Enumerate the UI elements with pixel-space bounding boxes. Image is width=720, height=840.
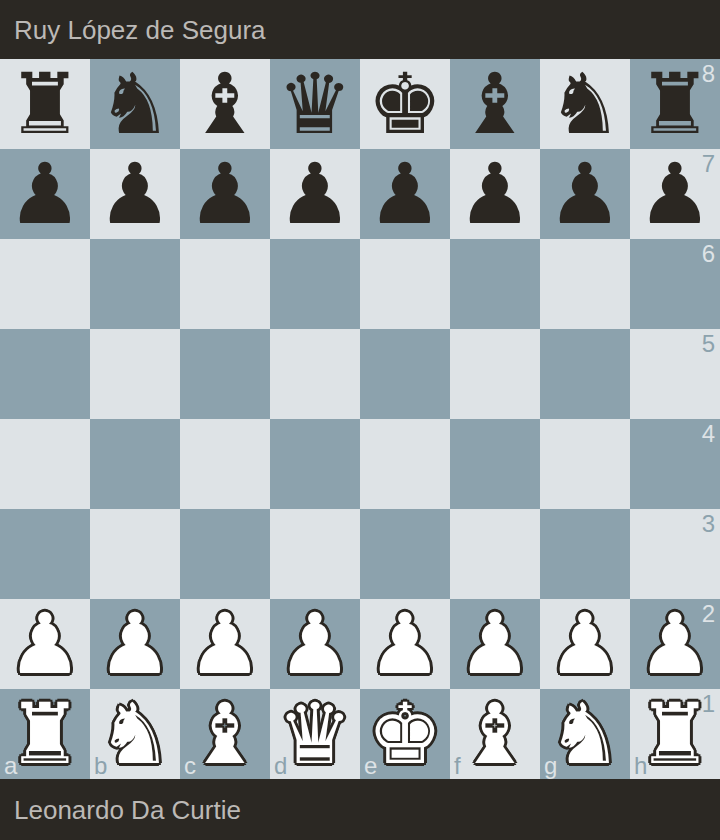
rank-coordinate-1: 1 <box>702 692 715 716</box>
file-coordinate-f: f <box>454 754 461 778</box>
square-g5[interactable] <box>540 329 630 419</box>
square-b2[interactable]: ♟ <box>90 599 180 689</box>
square-d6[interactable] <box>270 239 360 329</box>
square-c7[interactable]: ♟ <box>180 149 270 239</box>
square-e5[interactable] <box>360 329 450 419</box>
square-a4[interactable] <box>0 419 90 509</box>
square-b1[interactable]: ♞b <box>90 689 180 779</box>
square-e1[interactable]: ♚e <box>360 689 450 779</box>
square-f8[interactable]: ♝ <box>450 59 540 149</box>
square-h4[interactable]: 4 <box>630 419 720 509</box>
square-f7[interactable]: ♟ <box>450 149 540 239</box>
square-f4[interactable] <box>450 419 540 509</box>
piece-white-knight[interactable]: ♞ <box>547 689 622 779</box>
piece-white-pawn[interactable]: ♟ <box>457 599 532 689</box>
square-f1[interactable]: ♝f <box>450 689 540 779</box>
file-coordinate-b: b <box>94 754 107 778</box>
piece-white-pawn[interactable]: ♟ <box>187 599 262 689</box>
file-coordinate-d: d <box>274 754 287 778</box>
rank-coordinate-8: 8 <box>702 62 715 86</box>
square-d5[interactable] <box>270 329 360 419</box>
rank-coordinate-4: 4 <box>702 422 715 446</box>
square-e7[interactable]: ♟ <box>360 149 450 239</box>
square-h3[interactable]: 3 <box>630 509 720 599</box>
square-c3[interactable] <box>180 509 270 599</box>
piece-black-pawn[interactable]: ♟ <box>547 149 622 239</box>
square-g7[interactable]: ♟ <box>540 149 630 239</box>
square-d7[interactable]: ♟ <box>270 149 360 239</box>
piece-black-pawn[interactable]: ♟ <box>367 149 442 239</box>
square-d8[interactable]: ♛ <box>270 59 360 149</box>
piece-white-pawn[interactable]: ♟ <box>7 599 82 689</box>
file-coordinate-a: a <box>4 754 17 778</box>
piece-black-bishop[interactable]: ♝ <box>457 59 532 149</box>
square-f6[interactable] <box>450 239 540 329</box>
square-e4[interactable] <box>360 419 450 509</box>
square-f5[interactable] <box>450 329 540 419</box>
chess-app: Ruy López de Segura ♜♞♝♛♚♝♞♜8♟♟♟♟♟♟♟♟765… <box>0 0 720 840</box>
bottom-player-name: Leonardo Da Curtie <box>14 797 241 823</box>
piece-white-queen[interactable]: ♛ <box>277 689 352 779</box>
square-c2[interactable]: ♟ <box>180 599 270 689</box>
square-a7[interactable]: ♟ <box>0 149 90 239</box>
file-coordinate-g: g <box>544 754 557 778</box>
square-g1[interactable]: ♞g <box>540 689 630 779</box>
bottom-player-bar: Leonardo Da Curtie <box>0 779 720 840</box>
rank-coordinate-3: 3 <box>702 512 715 536</box>
piece-black-king[interactable]: ♚ <box>367 59 442 149</box>
piece-black-knight[interactable]: ♞ <box>547 59 622 149</box>
piece-white-pawn[interactable]: ♟ <box>547 599 622 689</box>
square-a8[interactable]: ♜ <box>0 59 90 149</box>
rank-coordinate-5: 5 <box>702 332 715 356</box>
piece-black-pawn[interactable]: ♟ <box>187 149 262 239</box>
piece-white-rook[interactable]: ♜ <box>7 689 82 779</box>
square-d2[interactable]: ♟ <box>270 599 360 689</box>
piece-white-bishop[interactable]: ♝ <box>187 689 262 779</box>
square-b7[interactable]: ♟ <box>90 149 180 239</box>
square-c8[interactable]: ♝ <box>180 59 270 149</box>
square-e3[interactable] <box>360 509 450 599</box>
square-g3[interactable] <box>540 509 630 599</box>
top-player-name: Ruy López de Segura <box>14 17 266 43</box>
square-d4[interactable] <box>270 419 360 509</box>
piece-black-knight[interactable]: ♞ <box>97 59 172 149</box>
square-b5[interactable] <box>90 329 180 419</box>
piece-black-pawn[interactable]: ♟ <box>7 149 82 239</box>
square-h6[interactable]: 6 <box>630 239 720 329</box>
piece-black-rook[interactable]: ♜ <box>7 59 82 149</box>
square-c4[interactable] <box>180 419 270 509</box>
square-f3[interactable] <box>450 509 540 599</box>
file-coordinate-c: c <box>184 754 196 778</box>
square-h8[interactable]: ♜8 <box>630 59 720 149</box>
square-e6[interactable] <box>360 239 450 329</box>
square-h2[interactable]: ♟2 <box>630 599 720 689</box>
square-g4[interactable] <box>540 419 630 509</box>
rank-coordinate-7: 7 <box>702 152 715 176</box>
piece-white-pawn[interactable]: ♟ <box>277 599 352 689</box>
piece-black-pawn[interactable]: ♟ <box>457 149 532 239</box>
square-d3[interactable] <box>270 509 360 599</box>
square-g6[interactable] <box>540 239 630 329</box>
file-coordinate-e: e <box>364 754 377 778</box>
square-c1[interactable]: ♝c <box>180 689 270 779</box>
piece-black-pawn[interactable]: ♟ <box>97 149 172 239</box>
square-a1[interactable]: ♜a <box>0 689 90 779</box>
square-b8[interactable]: ♞ <box>90 59 180 149</box>
piece-white-king[interactable]: ♚ <box>367 689 442 779</box>
piece-white-pawn[interactable]: ♟ <box>97 599 172 689</box>
square-g8[interactable]: ♞ <box>540 59 630 149</box>
square-c6[interactable] <box>180 239 270 329</box>
piece-white-bishop[interactable]: ♝ <box>457 689 532 779</box>
square-a5[interactable] <box>0 329 90 419</box>
square-e8[interactable]: ♚ <box>360 59 450 149</box>
piece-black-queen[interactable]: ♛ <box>277 59 352 149</box>
piece-white-pawn[interactable]: ♟ <box>367 599 442 689</box>
square-h7[interactable]: ♟7 <box>630 149 720 239</box>
square-e2[interactable]: ♟ <box>360 599 450 689</box>
piece-black-pawn[interactable]: ♟ <box>277 149 352 239</box>
chess-board: ♜♞♝♛♚♝♞♜8♟♟♟♟♟♟♟♟76543♟♟♟♟♟♟♟♟2♜a♞b♝c♛d♚… <box>0 59 720 779</box>
top-player-bar: Ruy López de Segura <box>0 0 720 59</box>
rank-coordinate-6: 6 <box>702 242 715 266</box>
square-b6[interactable] <box>90 239 180 329</box>
square-a3[interactable] <box>0 509 90 599</box>
square-g2[interactable]: ♟ <box>540 599 630 689</box>
square-h5[interactable]: 5 <box>630 329 720 419</box>
piece-black-bishop[interactable]: ♝ <box>187 59 262 149</box>
piece-white-knight[interactable]: ♞ <box>97 689 172 779</box>
square-d1[interactable]: ♛d <box>270 689 360 779</box>
square-b4[interactable] <box>90 419 180 509</box>
square-a6[interactable] <box>0 239 90 329</box>
square-h1[interactable]: ♜1h <box>630 689 720 779</box>
file-coordinate-h: h <box>634 754 647 778</box>
square-c5[interactable] <box>180 329 270 419</box>
rank-coordinate-2: 2 <box>702 602 715 626</box>
square-b3[interactable] <box>90 509 180 599</box>
square-f2[interactable]: ♟ <box>450 599 540 689</box>
square-a2[interactable]: ♟ <box>0 599 90 689</box>
